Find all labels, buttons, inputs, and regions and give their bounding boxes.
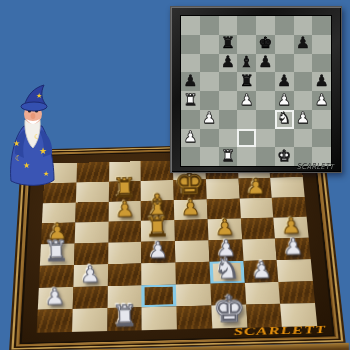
piece-black-bishop-d6-diagram: ♝ xyxy=(240,55,254,71)
square-f3[interactable]: ♞ xyxy=(209,261,244,284)
square-e8-diagram xyxy=(256,16,275,35)
square-c1-diagram: ♜ xyxy=(219,147,238,166)
square-e4-diagram xyxy=(256,91,275,110)
piece-white-pawn-h4-diagram: ♟ xyxy=(315,93,329,109)
square-d2-diagram xyxy=(237,129,256,148)
square-c4-diagram xyxy=(219,91,238,110)
piece-white-rook-a4[interactable]: ♜ xyxy=(39,236,74,265)
svg-text:☾: ☾ xyxy=(34,133,40,141)
square-e3[interactable] xyxy=(175,262,210,285)
square-d7-diagram xyxy=(237,35,256,54)
square-b5-diagram xyxy=(200,72,219,91)
piece-white-knight-f3[interactable]: ♞ xyxy=(209,253,244,283)
wizard-icon: ★ ★ ★ ★ ★ ☾ ☾ xyxy=(2,84,64,194)
board-2d-brand-label: SCARLETT xyxy=(297,163,334,171)
square-b6[interactable] xyxy=(75,201,108,222)
square-e6-diagram: ♟ xyxy=(256,54,275,73)
square-g7-diagram: ♟ xyxy=(294,35,313,54)
square-h2[interactable] xyxy=(279,281,315,304)
piece-white-pawn-a2-diagram: ♟ xyxy=(183,130,197,146)
square-c6[interactable]: ♟ xyxy=(108,201,141,222)
board-3d-grid: ♜♚♟♟♝♟♟♜♟♟♜♟♟♟♟♞♟♟♜♚ xyxy=(37,157,318,332)
square-f7[interactable] xyxy=(206,178,240,199)
square-c3[interactable] xyxy=(107,263,141,286)
square-f7-diagram xyxy=(275,35,294,54)
square-h3[interactable] xyxy=(277,259,313,282)
piece-black-pawn-g7[interactable]: ♟ xyxy=(239,175,272,197)
square-b2[interactable] xyxy=(72,286,107,309)
square-b2-diagram xyxy=(200,129,219,148)
square-b8-diagram xyxy=(200,16,219,35)
square-c6-diagram: ♟ xyxy=(219,54,238,73)
square-a2[interactable]: ♟ xyxy=(38,287,73,310)
chess-app-window: SCARLETT ♜♚♟♟♝♟♟♜♟♟♜♟♟♟♟♞♟♟♜♚ ★ ★ ★ ★ ★ xyxy=(0,0,350,350)
square-g8-diagram xyxy=(294,16,313,35)
square-g2-diagram xyxy=(294,129,313,148)
square-f3-diagram: ♞ xyxy=(275,110,294,129)
square-c5-diagram xyxy=(219,72,238,91)
square-e6[interactable]: ♟ xyxy=(174,199,208,220)
svg-text:★: ★ xyxy=(43,170,49,178)
square-a6-diagram xyxy=(181,54,200,73)
square-d3[interactable] xyxy=(141,262,175,285)
square-d4-diagram: ♟ xyxy=(237,91,256,110)
square-f8-diagram xyxy=(275,16,294,35)
square-d2[interactable] xyxy=(142,284,177,307)
square-c7-diagram: ♜ xyxy=(219,35,238,54)
square-a7-diagram xyxy=(181,35,200,54)
piece-black-pawn-e6-diagram: ♟ xyxy=(258,55,272,71)
square-g6-diagram xyxy=(294,54,313,73)
piece-white-rook-c1-diagram: ♜ xyxy=(221,149,235,165)
piece-white-knight-f3-diagram: ♞ xyxy=(277,111,291,127)
svg-text:★: ★ xyxy=(13,139,20,148)
board-3d-front-edge xyxy=(6,343,350,350)
piece-black-king-e7-diagram: ♚ xyxy=(258,36,272,52)
square-b1-diagram xyxy=(200,147,219,166)
svg-text:★: ★ xyxy=(36,92,42,100)
wizard-graphic: ★ ★ ★ ★ ★ ☾ ☾ xyxy=(2,84,64,190)
piece-white-pawn-d4-diagram: ♟ xyxy=(240,93,254,109)
piece-white-pawn-d4[interactable]: ♟ xyxy=(141,239,175,262)
board-2d-inset-panel: ♜♚♟♟♝♟♟♜♟♟♜♟♟♟♟♞♟♟♜♚ SCARLETT xyxy=(170,6,342,173)
square-g3[interactable]: ♟ xyxy=(243,260,279,283)
piece-white-pawn-h4[interactable]: ♟ xyxy=(276,236,310,259)
square-g6[interactable] xyxy=(239,197,273,218)
piece-black-pawn-f5-diagram: ♟ xyxy=(277,74,291,90)
square-f1-diagram: ♚ xyxy=(275,147,294,166)
square-h7[interactable] xyxy=(270,177,304,198)
piece-black-pawn-a5-diagram: ♟ xyxy=(183,74,197,90)
square-h4-diagram: ♟ xyxy=(312,91,331,110)
square-a4-diagram: ♜ xyxy=(181,91,200,110)
square-d3-diagram xyxy=(237,110,256,129)
square-f4-diagram: ♟ xyxy=(275,91,294,110)
square-b3[interactable]: ♟ xyxy=(73,264,108,287)
square-e5[interactable] xyxy=(174,219,208,241)
square-g3-diagram: ♟ xyxy=(294,110,313,129)
piece-white-pawn-b3-diagram: ♟ xyxy=(202,111,216,127)
piece-white-pawn-g3-diagram: ♟ xyxy=(296,111,310,127)
square-a3-diagram xyxy=(181,110,200,129)
square-g4-diagram xyxy=(294,91,313,110)
svg-text:★: ★ xyxy=(23,161,30,170)
piece-black-rook-d5-diagram: ♜ xyxy=(240,74,254,90)
piece-white-king-f1-diagram: ♚ xyxy=(277,149,291,165)
square-f6-diagram xyxy=(275,54,294,73)
piece-white-pawn-g3[interactable]: ♟ xyxy=(244,258,279,281)
square-c4[interactable] xyxy=(108,242,142,264)
square-g5-diagram xyxy=(294,72,313,91)
square-a5-diagram: ♟ xyxy=(181,72,200,91)
square-g7[interactable]: ♟ xyxy=(238,178,272,199)
square-e5-diagram xyxy=(256,72,275,91)
board-2d-grid: ♜♚♟♟♝♟♟♜♟♟♜♟♟♟♟♞♟♟♜♚ xyxy=(180,15,332,167)
square-c2-diagram xyxy=(219,129,238,148)
piece-white-rook-c1[interactable]: ♜ xyxy=(106,301,142,331)
square-c1[interactable]: ♜ xyxy=(107,307,142,331)
square-h7-diagram xyxy=(312,35,331,54)
square-e3-diagram xyxy=(256,110,275,129)
square-d4[interactable]: ♟ xyxy=(141,241,175,263)
square-a8-diagram xyxy=(181,16,200,35)
square-d6-diagram: ♝ xyxy=(237,54,256,73)
square-d1-diagram xyxy=(237,147,256,166)
square-a2-diagram: ♟ xyxy=(181,129,200,148)
square-f1[interactable]: ♚ xyxy=(211,305,247,329)
square-h6-diagram xyxy=(312,54,331,73)
square-g1[interactable] xyxy=(246,304,282,328)
square-h1[interactable] xyxy=(280,303,317,327)
square-h5-diagram: ♟ xyxy=(312,72,331,91)
square-h4[interactable]: ♟ xyxy=(275,238,311,260)
square-b4-diagram xyxy=(200,91,219,110)
square-b3-diagram: ♟ xyxy=(200,110,219,129)
piece-white-king-f1[interactable]: ♚ xyxy=(211,290,247,327)
piece-black-rook-c7-diagram: ♜ xyxy=(221,36,235,52)
square-e1[interactable] xyxy=(176,306,212,330)
square-h3-diagram xyxy=(312,110,331,129)
square-h2-diagram xyxy=(312,129,331,148)
square-b6-diagram xyxy=(200,54,219,73)
square-f5-diagram: ♟ xyxy=(275,72,294,91)
square-a4[interactable]: ♜ xyxy=(40,243,74,265)
square-c8-diagram xyxy=(219,16,238,35)
svg-text:★: ★ xyxy=(39,146,47,156)
square-e2-diagram xyxy=(256,129,275,148)
square-c3-diagram xyxy=(219,110,238,129)
square-b8[interactable] xyxy=(76,162,109,182)
piece-black-pawn-h5-diagram: ♟ xyxy=(315,74,329,90)
square-e4[interactable] xyxy=(175,240,209,262)
piece-black-pawn-c6[interactable]: ♟ xyxy=(108,198,142,221)
square-f2-diagram xyxy=(275,129,294,148)
svg-text:☾: ☾ xyxy=(15,154,22,163)
square-d5-diagram: ♜ xyxy=(237,72,256,91)
square-b7[interactable] xyxy=(76,182,109,203)
square-d8-diagram xyxy=(237,16,256,35)
piece-white-pawn-b3[interactable]: ♟ xyxy=(73,262,108,285)
piece-black-pawn-e6[interactable]: ♟ xyxy=(174,197,208,220)
piece-white-pawn-a2[interactable]: ♟ xyxy=(37,285,72,309)
square-e2[interactable] xyxy=(176,283,211,306)
square-g2[interactable] xyxy=(244,282,280,305)
square-h8-diagram xyxy=(312,16,331,35)
square-b7-diagram xyxy=(200,35,219,54)
piece-white-rook-a4-diagram: ♜ xyxy=(183,93,197,109)
piece-black-pawn-c6-diagram: ♟ xyxy=(221,55,235,71)
piece-black-pawn-g7-diagram: ♟ xyxy=(296,36,310,52)
square-e1-diagram xyxy=(256,147,275,166)
square-e7-diagram: ♚ xyxy=(256,35,275,54)
square-a1-diagram xyxy=(181,147,200,166)
square-c5[interactable] xyxy=(108,221,141,243)
piece-white-pawn-f4-diagram: ♟ xyxy=(277,93,291,109)
